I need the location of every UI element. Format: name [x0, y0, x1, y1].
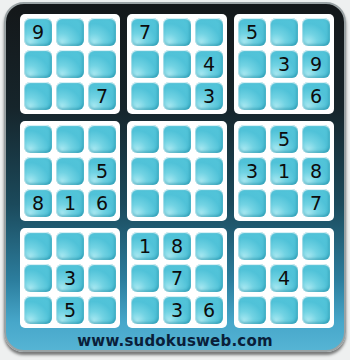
cell-r3c7[interactable]	[238, 82, 266, 110]
cell-r4c4[interactable]	[131, 125, 159, 153]
cell-r7c5[interactable]: 8	[163, 232, 191, 260]
cell-r9c7[interactable]	[238, 296, 266, 324]
cell-r1c3[interactable]	[88, 18, 116, 46]
cell-r5c9[interactable]: 8	[302, 157, 330, 185]
cell-r4c2[interactable]	[56, 125, 84, 153]
website-watermark: www.sudokusweb.com	[77, 332, 272, 350]
cell-r6c2[interactable]: 1	[56, 189, 84, 217]
cell-r9c4[interactable]	[131, 296, 159, 324]
cell-r5c7[interactable]: 3	[238, 157, 266, 185]
cell-r3c2[interactable]	[56, 82, 84, 110]
cell-r1c1[interactable]: 9	[24, 18, 52, 46]
cell-r2c3[interactable]	[88, 50, 116, 78]
block-5: 53187	[234, 121, 334, 221]
sudoku-frame: 97743539658165318735187364 www.sudokuswe…	[4, 2, 346, 352]
cell-r7c3[interactable]	[88, 232, 116, 260]
block-6: 35	[20, 228, 120, 328]
cell-r3c5[interactable]	[163, 82, 191, 110]
cell-r8c4[interactable]	[131, 264, 159, 292]
cell-r8c7[interactable]	[238, 264, 266, 292]
cell-r9c6[interactable]: 6	[195, 296, 223, 324]
cell-r5c2[interactable]	[56, 157, 84, 185]
cell-r1c6[interactable]	[195, 18, 223, 46]
cell-r1c5[interactable]	[163, 18, 191, 46]
cell-r7c9[interactable]	[302, 232, 330, 260]
cell-r2c4[interactable]	[131, 50, 159, 78]
cell-r7c8[interactable]	[270, 232, 298, 260]
cell-r8c8[interactable]: 4	[270, 264, 298, 292]
cell-r2c2[interactable]	[56, 50, 84, 78]
cell-r3c6[interactable]: 3	[195, 82, 223, 110]
cell-r3c3[interactable]: 7	[88, 82, 116, 110]
cell-r6c8[interactable]	[270, 189, 298, 217]
block-8: 4	[234, 228, 334, 328]
cell-r3c1[interactable]	[24, 82, 52, 110]
cell-r6c5[interactable]	[163, 189, 191, 217]
cell-r2c6[interactable]: 4	[195, 50, 223, 78]
cell-r1c8[interactable]	[270, 18, 298, 46]
cell-r5c1[interactable]	[24, 157, 52, 185]
cell-r8c9[interactable]	[302, 264, 330, 292]
cell-r2c5[interactable]	[163, 50, 191, 78]
cell-r2c8[interactable]: 3	[270, 50, 298, 78]
cell-r4c5[interactable]	[163, 125, 191, 153]
cell-r6c7[interactable]	[238, 189, 266, 217]
block-3: 5816	[20, 121, 120, 221]
cell-r1c4[interactable]: 7	[131, 18, 159, 46]
cell-r1c9[interactable]	[302, 18, 330, 46]
cell-r7c2[interactable]	[56, 232, 84, 260]
cell-r8c5[interactable]: 7	[163, 264, 191, 292]
cell-r9c1[interactable]	[24, 296, 52, 324]
cell-r8c1[interactable]	[24, 264, 52, 292]
cell-r6c6[interactable]	[195, 189, 223, 217]
cell-r6c3[interactable]: 6	[88, 189, 116, 217]
cell-r5c4[interactable]	[131, 157, 159, 185]
cell-r5c8[interactable]: 1	[270, 157, 298, 185]
cell-r4c3[interactable]	[88, 125, 116, 153]
cell-r3c8[interactable]	[270, 82, 298, 110]
cell-r7c6[interactable]	[195, 232, 223, 260]
cell-r4c8[interactable]: 5	[270, 125, 298, 153]
block-4	[127, 121, 227, 221]
cell-r7c1[interactable]	[24, 232, 52, 260]
cell-r7c7[interactable]	[238, 232, 266, 260]
cell-r9c8[interactable]	[270, 296, 298, 324]
cell-r4c6[interactable]	[195, 125, 223, 153]
sudoku-board: 97743539658165318735187364	[6, 4, 344, 328]
cell-r7c4[interactable]: 1	[131, 232, 159, 260]
cell-r1c2[interactable]	[56, 18, 84, 46]
cell-r8c6[interactable]	[195, 264, 223, 292]
cell-r6c1[interactable]: 8	[24, 189, 52, 217]
cell-r4c9[interactable]	[302, 125, 330, 153]
cell-r5c3[interactable]: 5	[88, 157, 116, 185]
cell-r9c9[interactable]	[302, 296, 330, 324]
cell-r3c4[interactable]	[131, 82, 159, 110]
cell-r6c4[interactable]	[131, 189, 159, 217]
cell-r1c7[interactable]: 5	[238, 18, 266, 46]
block-2: 5396	[234, 14, 334, 114]
block-1: 743	[127, 14, 227, 114]
block-0: 97	[20, 14, 120, 114]
cell-r2c9[interactable]: 9	[302, 50, 330, 78]
cell-r8c3[interactable]	[88, 264, 116, 292]
cell-r3c9[interactable]: 6	[302, 82, 330, 110]
block-7: 18736	[127, 228, 227, 328]
cell-r4c7[interactable]	[238, 125, 266, 153]
cell-r2c7[interactable]	[238, 50, 266, 78]
cell-r8c2[interactable]: 3	[56, 264, 84, 292]
cell-r2c1[interactable]	[24, 50, 52, 78]
cell-r6c9[interactable]: 7	[302, 189, 330, 217]
cell-r4c1[interactable]	[24, 125, 52, 153]
footer-bar: www.sudokusweb.com	[6, 328, 344, 354]
cell-r5c6[interactable]	[195, 157, 223, 185]
cell-r9c5[interactable]: 3	[163, 296, 191, 324]
cell-r5c5[interactable]	[163, 157, 191, 185]
cell-r9c3[interactable]	[88, 296, 116, 324]
cell-r9c2[interactable]: 5	[56, 296, 84, 324]
